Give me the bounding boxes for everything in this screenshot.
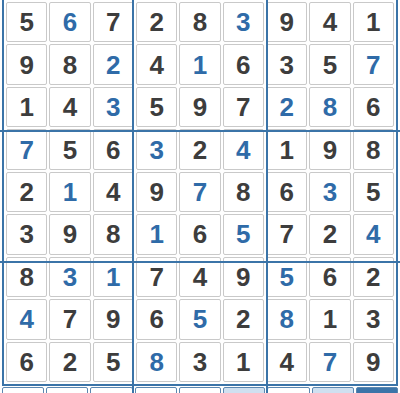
cell-r3c2[interactable]: 4 — [49, 87, 90, 127]
cell-r9c3[interactable]: 5 — [93, 342, 134, 382]
cell-r8c4[interactable]: 6 — [136, 299, 177, 339]
cell-r2c5[interactable]: 1 — [179, 44, 220, 84]
cell-r9c8[interactable]: 7 — [309, 342, 350, 382]
cell-r7c3[interactable]: 1 — [93, 257, 134, 297]
cell-r3c8[interactable]: 8 — [309, 87, 350, 127]
cell-r7c6[interactable]: 9 — [223, 257, 264, 297]
cell-r9c6[interactable]: 1 — [223, 342, 264, 382]
cell-r8c1[interactable]: 4 — [6, 299, 47, 339]
cell-r6c5[interactable]: 6 — [179, 214, 220, 254]
cell-r9c2[interactable]: 2 — [49, 342, 90, 382]
cell-r1c9[interactable]: 1 — [353, 2, 394, 42]
cell-r6c3[interactable]: 8 — [93, 214, 134, 254]
keypad-cell-2[interactable] — [46, 387, 88, 393]
cell-r7c4[interactable]: 7 — [136, 257, 177, 297]
cell-r4c5[interactable]: 2 — [179, 129, 220, 169]
sudoku-board: 5672839419824163571435972867563241982149… — [2, 0, 398, 386]
cell-r9c1[interactable]: 6 — [6, 342, 47, 382]
sudoku-app-screen: 5672839419824163571435972867563241982149… — [0, 0, 400, 393]
cell-r2c7[interactable]: 3 — [266, 44, 307, 84]
cell-r1c2[interactable]: 6 — [49, 2, 90, 42]
cell-r2c6[interactable]: 6 — [223, 44, 264, 84]
cell-r2c9[interactable]: 7 — [353, 44, 394, 84]
cell-r4c6[interactable]: 4 — [223, 129, 264, 169]
cell-r9c5[interactable]: 3 — [179, 342, 220, 382]
cell-r3c5[interactable]: 9 — [179, 87, 220, 127]
cell-r1c8[interactable]: 4 — [309, 2, 350, 42]
cell-r5c2[interactable]: 1 — [49, 172, 90, 212]
cell-r3c9[interactable]: 6 — [353, 87, 394, 127]
cell-r1c3[interactable]: 7 — [93, 2, 134, 42]
keypad-cell-5[interactable] — [179, 387, 221, 393]
cell-r4c8[interactable]: 9 — [309, 129, 350, 169]
keypad-cell-1[interactable] — [2, 387, 44, 393]
cell-r1c5[interactable]: 8 — [179, 2, 220, 42]
cell-r2c2[interactable]: 8 — [49, 44, 90, 84]
cell-r7c1[interactable]: 8 — [6, 257, 47, 297]
cell-r7c7[interactable]: 5 — [266, 257, 307, 297]
cell-r4c4[interactable]: 3 — [136, 129, 177, 169]
cell-r4c3[interactable]: 6 — [93, 129, 134, 169]
keypad-cell-4[interactable] — [135, 387, 177, 393]
cell-r7c2[interactable]: 3 — [49, 257, 90, 297]
cell-r5c8[interactable]: 3 — [309, 172, 350, 212]
cell-r1c4[interactable]: 2 — [136, 2, 177, 42]
cell-r8c9[interactable]: 3 — [353, 299, 394, 339]
cell-r8c6[interactable]: 2 — [223, 299, 264, 339]
cell-r5c7[interactable]: 6 — [266, 172, 307, 212]
cell-r9c4[interactable]: 8 — [136, 342, 177, 382]
cell-r5c3[interactable]: 4 — [93, 172, 134, 212]
cell-r1c1[interactable]: 5 — [6, 2, 47, 42]
cell-r3c1[interactable]: 1 — [6, 87, 47, 127]
cell-r2c4[interactable]: 4 — [136, 44, 177, 84]
cell-r2c1[interactable]: 9 — [6, 44, 47, 84]
cell-r6c9[interactable]: 4 — [353, 214, 394, 254]
cell-r4c1[interactable]: 7 — [6, 129, 47, 169]
cell-r5c5[interactable]: 7 — [179, 172, 220, 212]
cell-r8c7[interactable]: 8 — [266, 299, 307, 339]
cell-r6c4[interactable]: 1 — [136, 214, 177, 254]
cell-r8c3[interactable]: 9 — [93, 299, 134, 339]
cell-r8c5[interactable]: 5 — [179, 299, 220, 339]
cell-r6c2[interactable]: 9 — [49, 214, 90, 254]
cell-r6c7[interactable]: 7 — [266, 214, 307, 254]
cell-r7c8[interactable]: 6 — [309, 257, 350, 297]
cell-r3c6[interactable]: 7 — [223, 87, 264, 127]
cell-r5c4[interactable]: 9 — [136, 172, 177, 212]
cell-r3c4[interactable]: 5 — [136, 87, 177, 127]
cell-r2c3[interactable]: 2 — [93, 44, 134, 84]
cell-r3c7[interactable]: 2 — [266, 87, 307, 127]
keypad-strip — [2, 387, 398, 393]
cell-r4c7[interactable]: 1 — [266, 129, 307, 169]
cell-r4c2[interactable]: 5 — [49, 129, 90, 169]
keypad-cell-8[interactable] — [312, 387, 354, 393]
cell-r6c1[interactable]: 3 — [6, 214, 47, 254]
cell-r9c9[interactable]: 9 — [353, 342, 394, 382]
cell-r2c8[interactable]: 5 — [309, 44, 350, 84]
cell-r5c6[interactable]: 8 — [223, 172, 264, 212]
cell-r5c9[interactable]: 5 — [353, 172, 394, 212]
cell-r8c8[interactable]: 1 — [309, 299, 350, 339]
cell-r3c3[interactable]: 3 — [93, 87, 134, 127]
cell-r1c7[interactable]: 9 — [266, 2, 307, 42]
cell-r4c9[interactable]: 8 — [353, 129, 394, 169]
keypad-cell-3[interactable] — [90, 387, 132, 393]
cell-r8c2[interactable]: 7 — [49, 299, 90, 339]
keypad-cell-7[interactable] — [267, 387, 309, 393]
keypad-cell-9[interactable] — [356, 387, 398, 393]
cell-r1c6[interactable]: 3 — [223, 2, 264, 42]
cell-r6c8[interactable]: 2 — [309, 214, 350, 254]
cell-r6c6[interactable]: 5 — [223, 214, 264, 254]
cell-r5c1[interactable]: 2 — [6, 172, 47, 212]
cell-r7c5[interactable]: 4 — [179, 257, 220, 297]
cell-r7c9[interactable]: 2 — [353, 257, 394, 297]
cell-r9c7[interactable]: 4 — [266, 342, 307, 382]
keypad-cell-6[interactable] — [223, 387, 265, 393]
